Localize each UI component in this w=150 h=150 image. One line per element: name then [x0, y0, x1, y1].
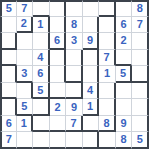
- sudoku-cell-r4c1[interactable]: [0, 50, 17, 67]
- sudoku-cell-r9c2[interactable]: [17, 132, 34, 149]
- sudoku-cell-r5c9[interactable]: [132, 66, 149, 83]
- sudoku-cell-r2c6[interactable]: [83, 17, 100, 34]
- sudoku-cell-r5c6[interactable]: [83, 66, 100, 83]
- given-digit: 6: [54, 35, 60, 46]
- given-digit: 5: [137, 134, 143, 145]
- sudoku-cell-r7c9[interactable]: [132, 99, 149, 116]
- sudoku-cell-r8c2[interactable]: 1: [17, 116, 34, 133]
- given-digit: 1: [37, 19, 43, 30]
- given-digit: 2: [54, 102, 60, 113]
- sudoku-cell-r5c8[interactable]: 5: [116, 66, 133, 83]
- sudoku-cell-r5c5[interactable]: [66, 66, 83, 83]
- sudoku-cell-r1c9[interactable]: 8: [132, 0, 149, 17]
- sudoku-cell-r5c2[interactable]: 3: [17, 66, 34, 83]
- sudoku-cell-r4c2[interactable]: [17, 50, 34, 67]
- sudoku-cell-r1c1[interactable]: 5: [0, 0, 17, 17]
- jigsaw-sudoku-board: 57821867639247361554529161789785: [0, 0, 149, 149]
- given-digit: 1: [87, 101, 93, 112]
- sudoku-cell-r9c5[interactable]: [66, 132, 83, 149]
- sudoku-cell-r8c7[interactable]: 8: [99, 116, 116, 133]
- given-digit: 7: [137, 19, 143, 30]
- sudoku-cell-r6c5[interactable]: [66, 83, 83, 100]
- given-digit: 7: [104, 52, 110, 63]
- sudoku-cell-r6c6[interactable]: 4: [83, 83, 100, 100]
- sudoku-cell-r6c4[interactable]: [50, 83, 67, 100]
- sudoku-cell-r5c7[interactable]: 1: [99, 66, 116, 83]
- sudoku-cell-r7c3[interactable]: [33, 99, 50, 116]
- sudoku-cell-r2c2[interactable]: 2: [17, 17, 34, 34]
- sudoku-cell-r8c4[interactable]: [50, 116, 67, 133]
- given-digit: 8: [71, 19, 77, 30]
- given-digit: 5: [21, 101, 27, 112]
- sudoku-cell-r6c9[interactable]: [132, 83, 149, 100]
- sudoku-cell-r1c7[interactable]: [99, 0, 116, 17]
- sudoku-cell-r4c4[interactable]: [50, 50, 67, 67]
- given-digit: 5: [37, 85, 43, 96]
- sudoku-cell-r2c7[interactable]: [99, 17, 116, 34]
- sudoku-cell-r1c2[interactable]: 7: [17, 0, 34, 17]
- given-digit: 1: [21, 118, 27, 129]
- sudoku-cell-r1c6[interactable]: [83, 0, 100, 17]
- sudoku-cell-r7c1[interactable]: [0, 99, 17, 116]
- sudoku-cell-r8c8[interactable]: 9: [116, 116, 133, 133]
- given-digit: 9: [87, 35, 93, 46]
- sudoku-cell-r4c6[interactable]: [83, 50, 100, 67]
- jigsaw-sudoku-screenshot: 57821867639247361554529161789785: [0, 0, 150, 150]
- sudoku-cell-r7c7[interactable]: [99, 99, 116, 116]
- sudoku-cell-r3c5[interactable]: 3: [66, 33, 83, 50]
- sudoku-cell-r7c2[interactable]: 5: [17, 99, 34, 116]
- sudoku-cell-r2c5[interactable]: 8: [66, 17, 83, 34]
- sudoku-cell-r9c1[interactable]: 7: [0, 132, 17, 149]
- given-digit: 9: [71, 102, 77, 113]
- given-digit: 8: [137, 3, 143, 14]
- sudoku-cell-r7c8[interactable]: [116, 99, 133, 116]
- sudoku-cell-r1c5[interactable]: [66, 0, 83, 17]
- sudoku-cell-r8c1[interactable]: 6: [0, 116, 17, 133]
- sudoku-cell-r3c9[interactable]: [132, 33, 149, 50]
- given-digit: 6: [37, 68, 43, 79]
- sudoku-cell-r2c9[interactable]: 7: [132, 17, 149, 34]
- sudoku-cell-r9c6[interactable]: [83, 132, 100, 149]
- given-digit: 6: [6, 118, 12, 129]
- sudoku-cell-r1c8[interactable]: [116, 0, 133, 17]
- given-digit: 6: [121, 19, 127, 30]
- sudoku-cell-r4c8[interactable]: [116, 50, 133, 67]
- sudoku-cell-r3c7[interactable]: [99, 33, 116, 50]
- sudoku-cell-r5c4[interactable]: [50, 66, 67, 83]
- sudoku-cell-r3c8[interactable]: 2: [116, 33, 133, 50]
- sudoku-cell-r3c4[interactable]: 6: [50, 33, 67, 50]
- sudoku-cell-r8c9[interactable]: [132, 116, 149, 133]
- sudoku-cell-r1c4[interactable]: [50, 0, 67, 17]
- given-digit: 8: [104, 118, 110, 129]
- sudoku-cell-r5c3[interactable]: 6: [33, 66, 50, 83]
- sudoku-cell-r3c6[interactable]: 9: [83, 33, 100, 50]
- sudoku-cell-r1c3[interactable]: [33, 0, 50, 17]
- given-digit: 7: [70, 118, 76, 129]
- given-digit: 3: [71, 35, 77, 46]
- sudoku-cell-r2c8[interactable]: 6: [116, 17, 133, 34]
- given-digit: 5: [120, 68, 126, 79]
- sudoku-cell-r6c1[interactable]: [0, 83, 17, 100]
- sudoku-cell-r4c3[interactable]: 4: [33, 50, 50, 67]
- given-digit: 7: [6, 134, 12, 145]
- sudoku-cell-r8c6[interactable]: [83, 116, 100, 133]
- sudoku-cell-r4c5[interactable]: [66, 50, 83, 67]
- sudoku-cell-r9c8[interactable]: 8: [116, 132, 133, 149]
- sudoku-cell-r6c3[interactable]: 5: [33, 83, 50, 100]
- sudoku-cell-r9c7[interactable]: [99, 132, 116, 149]
- given-digit: 5: [6, 3, 12, 14]
- sudoku-cell-r9c3[interactable]: [33, 132, 50, 149]
- sudoku-cell-r7c5[interactable]: 9: [66, 99, 83, 116]
- given-digit: 3: [21, 68, 27, 79]
- sudoku-cell-r6c2[interactable]: [17, 83, 34, 100]
- sudoku-cell-r4c7[interactable]: 7: [99, 50, 116, 67]
- sudoku-cell-r2c1[interactable]: [0, 17, 17, 34]
- sudoku-cell-r5c1[interactable]: [0, 66, 17, 83]
- sudoku-cell-r6c8[interactable]: [116, 83, 133, 100]
- given-digit: 4: [37, 52, 43, 63]
- given-digit: 2: [121, 35, 127, 46]
- sudoku-cell-r9c9[interactable]: 5: [132, 132, 149, 149]
- sudoku-cell-r4c9[interactable]: [132, 50, 149, 67]
- given-digit: 4: [87, 85, 93, 96]
- sudoku-cell-r7c4[interactable]: 2: [50, 99, 67, 116]
- sudoku-cell-r8c3[interactable]: [33, 116, 50, 133]
- given-digit: 8: [121, 134, 127, 145]
- given-digit: 7: [21, 3, 27, 14]
- sudoku-cell-r9c4[interactable]: [50, 132, 67, 149]
- given-digit: 2: [21, 18, 27, 29]
- sudoku-cell-r8c5[interactable]: 7: [66, 116, 83, 133]
- sudoku-cell-r2c4[interactable]: [50, 17, 67, 34]
- given-digit: 1: [104, 68, 110, 79]
- sudoku-cell-r6c7[interactable]: [99, 83, 116, 100]
- sudoku-cell-r3c3[interactable]: [33, 33, 50, 50]
- given-digit: 9: [121, 118, 127, 129]
- sudoku-cell-r7c6[interactable]: 1: [83, 99, 100, 116]
- sudoku-cell-r3c2[interactable]: [17, 33, 34, 50]
- sudoku-cell-r2c3[interactable]: 1: [33, 17, 50, 34]
- sudoku-cell-r3c1[interactable]: [0, 33, 17, 50]
